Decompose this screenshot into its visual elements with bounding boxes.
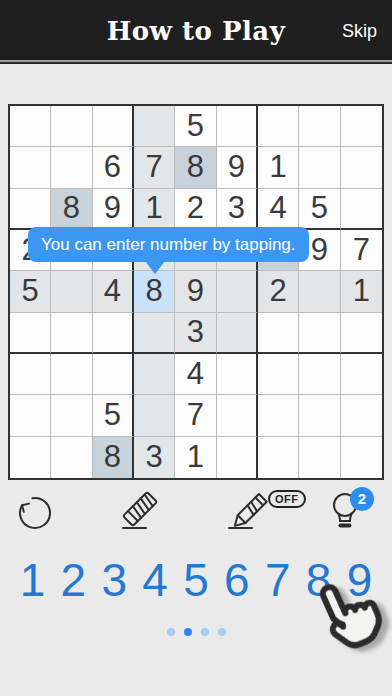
cell-r8c7[interactable] xyxy=(258,395,299,436)
page-title: How to Play xyxy=(0,16,392,46)
page-dot-3 xyxy=(201,628,209,636)
numpad-5[interactable]: 5 xyxy=(183,550,209,610)
numpad-3[interactable]: 3 xyxy=(101,550,127,610)
cell-r2c3[interactable]: 6 xyxy=(93,147,134,188)
cell-r6c5[interactable]: 3 xyxy=(175,313,216,354)
cell-r9c5[interactable]: 1 xyxy=(175,437,216,478)
cell-r6c6[interactable] xyxy=(217,313,258,354)
cell-r5c3[interactable]: 4 xyxy=(93,271,134,312)
cell-r7c5[interactable]: 4 xyxy=(175,354,216,395)
cell-r7c6[interactable] xyxy=(217,354,258,395)
cell-r6c9[interactable] xyxy=(341,313,382,354)
cell-r7c4[interactable] xyxy=(134,354,175,395)
cell-r7c9[interactable] xyxy=(341,354,382,395)
cell-r8c6[interactable] xyxy=(217,395,258,436)
pencil-icon xyxy=(224,486,274,536)
cell-r2c6[interactable]: 9 xyxy=(217,147,258,188)
cell-r2c2[interactable] xyxy=(51,147,92,188)
cell-r1c2[interactable] xyxy=(51,106,92,147)
cell-r2c7[interactable]: 1 xyxy=(258,147,299,188)
cell-r5c8[interactable] xyxy=(299,271,340,312)
cell-r5c1[interactable]: 5 xyxy=(10,271,51,312)
cell-r6c3[interactable] xyxy=(93,313,134,354)
cell-r9c1[interactable] xyxy=(10,437,51,478)
page-dot-2 xyxy=(184,628,192,636)
cell-r8c3[interactable]: 5 xyxy=(93,395,134,436)
cell-r9c4[interactable]: 3 xyxy=(134,437,175,478)
cell-r8c5[interactable]: 7 xyxy=(175,395,216,436)
cell-r5c9[interactable]: 1 xyxy=(341,271,382,312)
app-window: How to Play Skip 56789189123452689754892… xyxy=(0,0,392,696)
eraser-button[interactable] xyxy=(116,486,164,536)
numpad-7[interactable]: 7 xyxy=(265,550,291,610)
cell-r8c4[interactable] xyxy=(134,395,175,436)
cell-r1c7[interactable] xyxy=(258,106,299,147)
cell-r6c4[interactable] xyxy=(134,313,175,354)
cell-r6c2[interactable] xyxy=(51,313,92,354)
cell-r3c9[interactable] xyxy=(341,189,382,230)
cell-r4c9[interactable]: 7 xyxy=(341,230,382,271)
cell-r5c6[interactable] xyxy=(217,271,258,312)
cell-r2c5[interactable]: 8 xyxy=(175,147,216,188)
undo-button[interactable] xyxy=(13,490,57,534)
numpad-2[interactable]: 2 xyxy=(61,550,87,610)
tooltip-arrow xyxy=(145,261,165,274)
cell-r3c2[interactable]: 8 xyxy=(51,189,92,230)
cell-r1c5[interactable]: 5 xyxy=(175,106,216,147)
cell-r2c8[interactable] xyxy=(299,147,340,188)
cell-r8c2[interactable] xyxy=(51,395,92,436)
cell-r5c2[interactable] xyxy=(51,271,92,312)
cell-r3c3[interactable]: 9 xyxy=(93,189,134,230)
cell-r3c6[interactable]: 3 xyxy=(217,189,258,230)
cell-r6c7[interactable] xyxy=(258,313,299,354)
page-dots xyxy=(0,628,392,636)
cell-r1c3[interactable] xyxy=(93,106,134,147)
cell-r2c4[interactable]: 7 xyxy=(134,147,175,188)
cell-r1c4[interactable] xyxy=(134,106,175,147)
cell-r1c1[interactable] xyxy=(10,106,51,147)
cell-r3c8[interactable]: 5 xyxy=(299,189,340,230)
pencil-off-badge: OFF xyxy=(268,490,306,508)
numpad-8[interactable]: 8 xyxy=(306,550,332,610)
sudoku-grid: 5678918912345268975489213457831 xyxy=(8,104,384,480)
cell-r9c6[interactable] xyxy=(217,437,258,478)
cell-r3c5[interactable]: 2 xyxy=(175,189,216,230)
skip-button[interactable]: Skip xyxy=(342,21,377,42)
cell-r8c9[interactable] xyxy=(341,395,382,436)
numpad-1[interactable]: 1 xyxy=(20,550,46,610)
cell-r5c4[interactable]: 8 xyxy=(134,271,175,312)
cell-r9c3[interactable]: 8 xyxy=(93,437,134,478)
cell-r3c4[interactable]: 1 xyxy=(134,189,175,230)
cell-r7c8[interactable] xyxy=(299,354,340,395)
undo-icon xyxy=(13,490,57,534)
cell-r1c8[interactable] xyxy=(299,106,340,147)
hint-button[interactable]: 2 xyxy=(325,487,377,539)
cell-r8c8[interactable] xyxy=(299,395,340,436)
cell-r9c8[interactable] xyxy=(299,437,340,478)
pencil-toggle[interactable]: OFF xyxy=(224,486,302,536)
cell-r2c1[interactable] xyxy=(10,147,51,188)
numpad-4[interactable]: 4 xyxy=(142,550,168,610)
cell-r5c5[interactable]: 9 xyxy=(175,271,216,312)
cell-r1c9[interactable] xyxy=(341,106,382,147)
cell-r7c2[interactable] xyxy=(51,354,92,395)
page-dot-4 xyxy=(218,628,226,636)
cell-r8c1[interactable] xyxy=(10,395,51,436)
number-pad: 123456789 xyxy=(0,550,392,610)
cell-r9c9[interactable] xyxy=(341,437,382,478)
cell-r2c9[interactable] xyxy=(341,147,382,188)
page-dot-1 xyxy=(167,628,175,636)
cell-r7c1[interactable] xyxy=(10,354,51,395)
header-bar: How to Play Skip xyxy=(0,0,392,64)
cell-r9c7[interactable] xyxy=(258,437,299,478)
cell-r3c7[interactable]: 4 xyxy=(258,189,299,230)
cell-r7c3[interactable] xyxy=(93,354,134,395)
cell-r6c1[interactable] xyxy=(10,313,51,354)
cell-r7c7[interactable] xyxy=(258,354,299,395)
hint-count-badge: 2 xyxy=(350,487,374,511)
cell-r3c1[interactable] xyxy=(10,189,51,230)
cell-r6c8[interactable] xyxy=(299,313,340,354)
cell-r5c7[interactable]: 2 xyxy=(258,271,299,312)
cell-r1c6[interactable] xyxy=(217,106,258,147)
numpad-6[interactable]: 6 xyxy=(224,550,250,610)
eraser-icon xyxy=(116,486,164,536)
tutorial-tooltip: You can enter number by tapping. xyxy=(28,227,309,262)
numpad-9[interactable]: 9 xyxy=(347,550,373,610)
tooltip-text: You can enter number by tapping. xyxy=(41,235,296,254)
cell-r9c2[interactable] xyxy=(51,437,92,478)
